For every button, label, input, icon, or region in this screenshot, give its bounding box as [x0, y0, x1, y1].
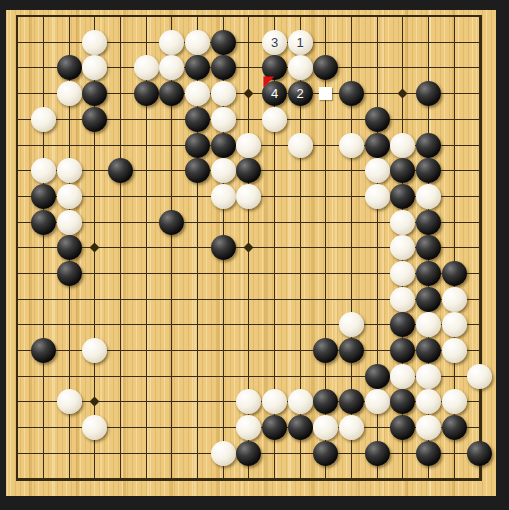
stone-black — [57, 55, 82, 80]
stone-black — [416, 441, 441, 466]
stone-white — [57, 184, 82, 209]
stone-black — [211, 30, 236, 55]
stone-white — [262, 107, 287, 132]
stone-white — [288, 133, 313, 158]
stone-black — [313, 441, 338, 466]
move-number-label: 2 — [288, 81, 313, 106]
stone-white — [57, 389, 82, 414]
stone-white — [211, 184, 236, 209]
stone-white — [185, 81, 210, 106]
stone-black — [82, 107, 107, 132]
stone-black — [57, 235, 82, 260]
stone-black — [211, 55, 236, 80]
stone-black — [31, 184, 56, 209]
square-marker — [319, 87, 332, 100]
stone-black — [31, 338, 56, 363]
stone-white — [211, 441, 236, 466]
stone-black — [236, 441, 261, 466]
stone-black — [159, 210, 184, 235]
stone-black — [211, 133, 236, 158]
stone-white — [442, 338, 467, 363]
stone-white — [57, 210, 82, 235]
stone-black — [467, 441, 492, 466]
stone-black — [185, 158, 210, 183]
stone-white — [82, 30, 107, 55]
stone-black — [416, 338, 441, 363]
stone-white — [57, 81, 82, 106]
stone-white — [211, 107, 236, 132]
stone-white — [288, 389, 313, 414]
stone-black — [416, 210, 441, 235]
stone-black — [365, 364, 390, 389]
stone-white — [390, 287, 415, 312]
stone-black — [442, 415, 467, 440]
stone-white — [82, 338, 107, 363]
go-board[interactable]: 3142 — [0, 0, 509, 510]
stone-white — [416, 184, 441, 209]
stone-black — [442, 261, 467, 286]
stone-black: 2 — [288, 81, 313, 106]
stone-white — [211, 81, 236, 106]
stone-black — [339, 81, 364, 106]
stone-white — [134, 55, 159, 80]
stone-white: 3 — [262, 30, 287, 55]
stone-white — [339, 133, 364, 158]
stone-black — [134, 81, 159, 106]
stone-white — [159, 30, 184, 55]
stone-white — [211, 158, 236, 183]
stone-white — [57, 158, 82, 183]
stone-white — [467, 364, 492, 389]
stone-white — [185, 30, 210, 55]
stone-white — [365, 389, 390, 414]
stone-black — [416, 261, 441, 286]
stone-black — [339, 338, 364, 363]
stone-white — [31, 107, 56, 132]
stone-white — [390, 210, 415, 235]
stone-white — [442, 312, 467, 337]
stone-white — [236, 133, 261, 158]
stone-black — [108, 158, 133, 183]
stone-black — [211, 235, 236, 260]
stone-black — [31, 210, 56, 235]
stone-white — [365, 184, 390, 209]
move-number-label: 1 — [288, 30, 313, 55]
stone-black — [262, 415, 287, 440]
move-number-label: 3 — [262, 30, 287, 55]
stone-black — [185, 133, 210, 158]
stone-black — [288, 415, 313, 440]
stone-black — [57, 261, 82, 286]
stone-white — [288, 55, 313, 80]
stone-white — [416, 364, 441, 389]
stone-black — [365, 133, 390, 158]
app-window: 3142 — [0, 0, 509, 510]
stone-black — [416, 133, 441, 158]
stone-white — [365, 158, 390, 183]
stone-black — [185, 107, 210, 132]
stone-white — [339, 415, 364, 440]
stone-white — [416, 415, 441, 440]
stone-black — [365, 441, 390, 466]
stone-white — [442, 389, 467, 414]
stone-white — [390, 364, 415, 389]
stone-white — [390, 133, 415, 158]
stone-white — [31, 158, 56, 183]
stone-black — [365, 107, 390, 132]
stone-white — [442, 287, 467, 312]
stone-black — [416, 287, 441, 312]
stone-white: 1 — [288, 30, 313, 55]
